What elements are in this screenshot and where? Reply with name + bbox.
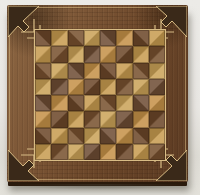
photo-background — [0, 0, 200, 195]
board-square — [149, 111, 165, 127]
board-square — [35, 63, 51, 79]
board-square — [100, 63, 116, 79]
board-square — [51, 46, 67, 62]
board-square — [51, 79, 67, 95]
board-square — [149, 30, 165, 46]
board-square — [35, 79, 51, 95]
board-square — [51, 111, 67, 127]
board-square — [35, 144, 51, 160]
board-square — [133, 95, 149, 111]
board-square — [149, 63, 165, 79]
board-square — [100, 46, 116, 62]
board-square — [35, 30, 51, 46]
board-square — [100, 30, 116, 46]
board-square — [84, 63, 100, 79]
board-square — [149, 144, 165, 160]
board-square — [149, 95, 165, 111]
board-square — [133, 30, 149, 46]
board-square — [84, 144, 100, 160]
board-square — [84, 95, 100, 111]
board-square — [100, 95, 116, 111]
board-square — [35, 46, 51, 62]
board-square — [35, 111, 51, 127]
board-square — [116, 79, 132, 95]
board-square — [68, 79, 84, 95]
board-square — [68, 144, 84, 160]
board-square — [68, 46, 84, 62]
board-square — [100, 111, 116, 127]
board-square — [51, 63, 67, 79]
frame-wood-grain-bottom — [7, 161, 188, 182]
frame-wood-grain-top — [7, 5, 188, 29]
board-square — [68, 63, 84, 79]
board-square — [133, 63, 149, 79]
board-square — [133, 79, 149, 95]
board-square — [68, 95, 84, 111]
board-square — [133, 111, 149, 127]
board-square — [100, 144, 116, 160]
board-square — [35, 128, 51, 144]
board-square — [35, 95, 51, 111]
board-square — [84, 79, 100, 95]
board-square — [100, 128, 116, 144]
board-square — [149, 128, 165, 144]
board-square — [84, 111, 100, 127]
board-square — [116, 30, 132, 46]
board-square — [68, 128, 84, 144]
board-square — [133, 128, 149, 144]
board-square — [116, 111, 132, 127]
board-square — [68, 30, 84, 46]
board-square — [84, 30, 100, 46]
board-square — [149, 46, 165, 62]
board-square — [51, 30, 67, 46]
board-square — [51, 95, 67, 111]
board-square — [84, 46, 100, 62]
playing-field — [34, 29, 166, 161]
board-shadow — [10, 184, 188, 190]
board-square — [51, 144, 67, 160]
board-square — [116, 144, 132, 160]
board-square — [149, 79, 165, 95]
board-grid — [35, 30, 165, 160]
board-square — [116, 95, 132, 111]
board-square — [116, 46, 132, 62]
board-square — [100, 79, 116, 95]
board-square — [116, 128, 132, 144]
board-square — [133, 144, 149, 160]
board-square — [133, 46, 149, 62]
board-square — [68, 111, 84, 127]
board-square — [116, 63, 132, 79]
chessboard — [7, 5, 188, 182]
board-square — [51, 128, 67, 144]
board-square — [84, 128, 100, 144]
